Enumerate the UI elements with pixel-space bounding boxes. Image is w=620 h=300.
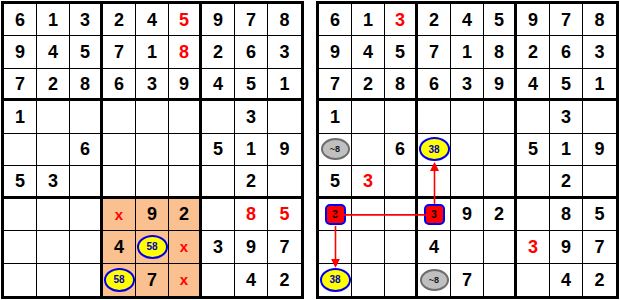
digit: 2: [429, 11, 439, 29]
digit: 1: [462, 43, 472, 61]
left-cell-r5c9[interactable]: 9: [268, 134, 301, 166]
digit: 9: [330, 43, 340, 61]
left-cell-r8c3[interactable]: [70, 231, 103, 263]
left-cell-r8c7[interactable]: 3: [202, 231, 235, 263]
eliminated-x-mark: x: [180, 239, 188, 254]
left-cell-r3c5[interactable]: 3: [136, 69, 169, 101]
left-cell-r5c4[interactable]: [103, 134, 136, 166]
right-cell-r8c6[interactable]: [484, 231, 517, 263]
right-cell-r2c2[interactable]: 4: [352, 36, 385, 68]
digit: 4: [114, 238, 124, 256]
left-cell-r7c9[interactable]: 5: [268, 199, 301, 231]
right-cell-r9c8[interactable]: 4: [550, 264, 583, 296]
digit: 4: [462, 11, 472, 29]
right-cell-r9c3[interactable]: [385, 264, 418, 296]
digit: 9: [528, 11, 538, 29]
left-cell-r7c6[interactable]: 2: [169, 199, 202, 231]
digit: 1: [48, 11, 58, 29]
digit: 1: [561, 140, 571, 158]
left-cell-r3c6[interactable]: 9: [169, 69, 202, 101]
left-cell-r2c3[interactable]: 5: [70, 36, 103, 68]
digit: 4: [213, 75, 223, 93]
left-cell-r5c1[interactable]: [4, 134, 37, 166]
right-cell-r6c7[interactable]: [517, 166, 550, 198]
right-cell-r2c5[interactable]: 1: [451, 36, 484, 68]
right-cell-r2c1[interactable]: 9: [319, 36, 352, 68]
right-cell-r8c4[interactable]: 4: [418, 231, 451, 263]
right-cell-r9c5[interactable]: 7: [451, 264, 484, 296]
digit: 6: [330, 11, 340, 29]
right-cell-r9c7[interactable]: [517, 264, 550, 296]
digit: 3: [147, 75, 157, 93]
right-cell-r8c5[interactable]: [451, 231, 484, 263]
right-cell-r8c9[interactable]: 7: [583, 231, 616, 263]
digit: 4: [528, 75, 538, 93]
right-cell-r4c1[interactable]: 1: [319, 101, 352, 133]
digit: 2: [48, 75, 58, 93]
digit: 2: [114, 11, 124, 29]
left-cell-r1c5[interactable]: 4: [136, 4, 169, 36]
digit: 5: [528, 140, 538, 158]
digit: 2: [363, 75, 373, 93]
digit: 6: [429, 75, 439, 93]
left-cell-r1c3[interactable]: 3: [70, 4, 103, 36]
left-cell-r3c7[interactable]: 4: [202, 69, 235, 101]
left-cell-r4c8[interactable]: 3: [235, 101, 268, 133]
digit: 8: [594, 11, 604, 29]
right-cell-r6c4[interactable]: [418, 166, 451, 198]
digit: 2: [561, 172, 571, 190]
right-cell-r4c6[interactable]: [484, 101, 517, 133]
left-cell-r9c7[interactable]: [202, 264, 235, 296]
digit: 3: [213, 238, 223, 256]
digit: 5: [594, 205, 604, 223]
digit: 7: [561, 11, 571, 29]
right-cell-r3c7[interactable]: 4: [517, 69, 550, 101]
right-cell-r1c8[interactable]: 7: [550, 4, 583, 36]
right-cell-r8c3[interactable]: [385, 231, 418, 263]
digit: 9: [561, 238, 571, 256]
left-cell-r7c7[interactable]: [202, 199, 235, 231]
candidate-oval-yellow: 58: [104, 268, 135, 292]
red-digit: 3: [395, 11, 405, 29]
right-cell-r9c9[interactable]: 2: [583, 264, 616, 296]
right-cell-r4c9[interactable]: [583, 101, 616, 133]
digit: 1: [330, 108, 340, 126]
digit: 5: [80, 43, 90, 61]
left-cell-r7c4[interactable]: x: [103, 199, 136, 231]
red-digit: 5: [179, 11, 189, 29]
right-cell-r6c3[interactable]: [385, 166, 418, 198]
digit: 1: [246, 140, 256, 158]
digit: 4: [147, 11, 157, 29]
right-cell-r7c5[interactable]: 9: [451, 199, 484, 231]
left-cell-r4c3[interactable]: [70, 101, 103, 133]
left-cell-r8c9[interactable]: 7: [268, 231, 301, 263]
right-cell-r9c2[interactable]: [352, 264, 385, 296]
left-cell-r8c6[interactable]: x: [169, 231, 202, 263]
digit: 4: [363, 43, 373, 61]
right-cell-r7c3[interactable]: [385, 199, 418, 231]
right-cell-r5c4[interactable]: 38: [418, 134, 451, 166]
left-cell-r2c4[interactable]: 7: [103, 36, 136, 68]
right-cell-r5c1[interactable]: ~8: [319, 134, 352, 166]
right-cell-r5c5[interactable]: [451, 134, 484, 166]
digit: 6: [80, 140, 90, 158]
digit: 3: [561, 108, 571, 126]
right-cell-r1c5[interactable]: 4: [451, 4, 484, 36]
right-cell-r1c7[interactable]: 9: [517, 4, 550, 36]
digit: 9: [179, 75, 189, 93]
candidate-oval-yellow: 38: [419, 137, 450, 161]
digit: 8: [279, 11, 289, 29]
red-digit: 8: [179, 43, 189, 61]
digit: 3: [462, 75, 472, 93]
left-cell-r7c5[interactable]: 9: [136, 199, 169, 231]
digit: 2: [279, 271, 289, 289]
digit: 6: [395, 140, 405, 158]
left-cell-r3c4[interactable]: 6: [103, 69, 136, 101]
left-cell-r1c6[interactable]: 5: [169, 4, 202, 36]
left-cell-r7c1[interactable]: [4, 199, 37, 231]
red-digit: 3: [528, 238, 538, 256]
left-cell-r9c5[interactable]: 7: [136, 264, 169, 296]
right-cell-r4c5[interactable]: [451, 101, 484, 133]
digit: 3: [48, 172, 58, 190]
red-digit: 5: [279, 205, 289, 223]
digit: 2: [494, 205, 504, 223]
left-cell-r1c8[interactable]: 7: [235, 4, 268, 36]
right-cell-r6c2[interactable]: 3: [352, 166, 385, 198]
right-cell-r4c3[interactable]: [385, 101, 418, 133]
left-cell-r6c2[interactable]: 3: [37, 166, 70, 198]
left-cell-r1c7[interactable]: 9: [202, 4, 235, 36]
left-cell-r7c2[interactable]: [37, 199, 70, 231]
digit: 9: [147, 205, 157, 223]
right-cell-r4c8[interactable]: 3: [550, 101, 583, 133]
right-cell-r3c9[interactable]: 1: [583, 69, 616, 101]
digit: 3: [594, 43, 604, 61]
digit: 7: [15, 75, 25, 93]
left-cell-r6c8[interactable]: 2: [235, 166, 268, 198]
digit: 9: [494, 75, 504, 93]
right-cell-r9c4[interactable]: ~8: [418, 264, 451, 296]
right-cell-r7c4[interactable]: 3: [418, 199, 451, 231]
left-cell-r6c1[interactable]: 5: [4, 166, 37, 198]
left-cell-r3c1[interactable]: 7: [4, 69, 37, 101]
digit: 9: [213, 11, 223, 29]
digit: 8: [395, 75, 405, 93]
eliminated-x-mark: x: [180, 272, 188, 287]
right-cell-r5c8[interactable]: 1: [550, 134, 583, 166]
right-cell-r2c6[interactable]: 8: [484, 36, 517, 68]
right-cell-r7c2[interactable]: [352, 199, 385, 231]
left-cell-r5c3[interactable]: 6: [70, 134, 103, 166]
digit: 6: [246, 43, 256, 61]
right-cell-r5c7[interactable]: 5: [517, 134, 550, 166]
left-cell-r8c5[interactable]: 58: [136, 231, 169, 263]
digit: 5: [15, 172, 25, 190]
digit: 7: [429, 43, 439, 61]
right-cell-r4c4[interactable]: [418, 101, 451, 133]
left-cell-r6c3[interactable]: [70, 166, 103, 198]
digit: 1: [363, 11, 373, 29]
left-cell-r1c1[interactable]: 6: [4, 4, 37, 36]
digit: 7: [279, 238, 289, 256]
left-cell-r6c4[interactable]: [103, 166, 136, 198]
left-cell-r9c6[interactable]: x: [169, 264, 202, 296]
link-square-red: 3: [424, 204, 445, 225]
left-cell-r4c1[interactable]: 1: [4, 101, 37, 133]
right-cell-r1c4[interactable]: 2: [418, 4, 451, 36]
digit: 8: [80, 75, 90, 93]
digit: 7: [330, 75, 340, 93]
left-cell-r4c2[interactable]: [37, 101, 70, 133]
left-cell-r4c4[interactable]: [103, 101, 136, 133]
left-cell-r3c9[interactable]: 1: [268, 69, 301, 101]
left-cell-r6c5[interactable]: [136, 166, 169, 198]
right-cell-r9c1[interactable]: 38: [319, 264, 352, 296]
right-cell-r2c8[interactable]: 6: [550, 36, 583, 68]
left-sudoku-board: 613245978945718263728639451136519532x928…: [1, 1, 304, 299]
right-cell-r5c6[interactable]: [484, 134, 517, 166]
digit: 7: [147, 271, 157, 289]
digit: 9: [246, 238, 256, 256]
left-cell-r1c2[interactable]: 1: [37, 4, 70, 36]
left-cell-r2c1[interactable]: 9: [4, 36, 37, 68]
left-cell-r7c8[interactable]: 8: [235, 199, 268, 231]
digit: 5: [330, 172, 340, 190]
left-cell-r5c7[interactable]: 5: [202, 134, 235, 166]
right-cell-r2c3[interactable]: 5: [385, 36, 418, 68]
digit: 9: [279, 140, 289, 158]
right-cell-r3c4[interactable]: 6: [418, 69, 451, 101]
digit: 4: [561, 271, 571, 289]
left-cell-r8c2[interactable]: [37, 231, 70, 263]
right-cell-r2c4[interactable]: 7: [418, 36, 451, 68]
sudoku-diagram: 613245978945718263728639451136519532x928…: [0, 0, 620, 300]
digit: 2: [594, 271, 604, 289]
left-cell-r5c6[interactable]: [169, 134, 202, 166]
right-cell-r5c3[interactable]: 6: [385, 134, 418, 166]
right-cell-r7c9[interactable]: 5: [583, 199, 616, 231]
right-cell-r6c1[interactable]: 5: [319, 166, 352, 198]
left-cell-r2c6[interactable]: 8: [169, 36, 202, 68]
right-cell-r7c6[interactable]: 2: [484, 199, 517, 231]
right-cell-r3c6[interactable]: 9: [484, 69, 517, 101]
left-cell-r4c9[interactable]: [268, 101, 301, 133]
note-oval-gray: ~8: [321, 138, 350, 160]
digit: 2: [179, 205, 189, 223]
digit: 2: [246, 172, 256, 190]
left-cell-r5c8[interactable]: 1: [235, 134, 268, 166]
digit: 6: [15, 11, 25, 29]
left-cell-r2c5[interactable]: 1: [136, 36, 169, 68]
left-cell-r9c1[interactable]: [4, 264, 37, 296]
digit: 3: [279, 43, 289, 61]
left-cell-r3c2[interactable]: 2: [37, 69, 70, 101]
left-cell-r8c8[interactable]: 9: [235, 231, 268, 263]
digit: 5: [395, 43, 405, 61]
digit: 7: [246, 11, 256, 29]
digit: 9: [15, 43, 25, 61]
left-cell-r1c9[interactable]: 8: [268, 4, 301, 36]
digit: 2: [528, 43, 538, 61]
right-cell-r2c9[interactable]: 3: [583, 36, 616, 68]
digit: 7: [462, 271, 472, 289]
left-cell-r8c4[interactable]: 4: [103, 231, 136, 263]
left-cell-r6c6[interactable]: [169, 166, 202, 198]
digit: 9: [462, 205, 472, 223]
right-cell-r4c2[interactable]: [352, 101, 385, 133]
right-cell-r3c8[interactable]: 5: [550, 69, 583, 101]
right-cell-r3c5[interactable]: 3: [451, 69, 484, 101]
right-cell-r8c2[interactable]: [352, 231, 385, 263]
left-cell-r3c3[interactable]: 8: [70, 69, 103, 101]
right-cell-r1c2[interactable]: 1: [352, 4, 385, 36]
left-cell-r4c7[interactable]: [202, 101, 235, 133]
left-cell-r2c8[interactable]: 6: [235, 36, 268, 68]
link-square-red: 3: [325, 204, 346, 225]
right-cell-r8c1[interactable]: [319, 231, 352, 263]
right-cell-r8c8[interactable]: 9: [550, 231, 583, 263]
note-oval-gray: ~8: [420, 269, 449, 291]
digit: 6: [114, 75, 124, 93]
digit: 4: [246, 271, 256, 289]
left-cell-r7c3[interactable]: [70, 199, 103, 231]
right-cell-r6c6[interactable]: [484, 166, 517, 198]
digit: 5: [246, 75, 256, 93]
left-cell-r4c6[interactable]: [169, 101, 202, 133]
left-cell-r9c8[interactable]: 4: [235, 264, 268, 296]
left-cell-r2c7[interactable]: 2: [202, 36, 235, 68]
right-cell-r6c8[interactable]: 2: [550, 166, 583, 198]
right-cell-r1c3[interactable]: 3: [385, 4, 418, 36]
left-cell-r5c2[interactable]: [37, 134, 70, 166]
digit: 1: [147, 43, 157, 61]
candidate-oval-yellow: 38: [320, 268, 351, 292]
digit: 1: [15, 108, 25, 126]
right-cell-r1c6[interactable]: 5: [484, 4, 517, 36]
red-digit: 8: [246, 205, 256, 223]
left-cell-r3c8[interactable]: 5: [235, 69, 268, 101]
right-cell-r4c7[interactable]: [517, 101, 550, 133]
right-cell-r2c7[interactable]: 2: [517, 36, 550, 68]
right-cell-r9c6[interactable]: [484, 264, 517, 296]
digit: 6: [561, 43, 571, 61]
right-cell-r1c9[interactable]: 8: [583, 4, 616, 36]
right-cell-r6c9[interactable]: [583, 166, 616, 198]
digit: 5: [561, 75, 571, 93]
digit: 8: [494, 43, 504, 61]
left-cell-r9c2[interactable]: [37, 264, 70, 296]
left-cell-r9c9[interactable]: 2: [268, 264, 301, 296]
digit: 1: [279, 75, 289, 93]
digit: 5: [494, 11, 504, 29]
right-cell-r7c8[interactable]: 8: [550, 199, 583, 231]
left-cell-r5c5[interactable]: [136, 134, 169, 166]
right-cell-r7c7[interactable]: [517, 199, 550, 231]
right-cell-r3c1[interactable]: 7: [319, 69, 352, 101]
right-cell-r6c5[interactable]: [451, 166, 484, 198]
right-cell-r5c9[interactable]: 9: [583, 134, 616, 166]
digit: 3: [80, 11, 90, 29]
right-cell-r8c7[interactable]: 3: [517, 231, 550, 263]
left-cell-r8c1[interactable]: [4, 231, 37, 263]
digit: 4: [429, 238, 439, 256]
digit: 5: [213, 140, 223, 158]
left-cell-r6c9[interactable]: [268, 166, 301, 198]
left-cell-r2c2[interactable]: 4: [37, 36, 70, 68]
left-cell-r9c3[interactable]: [70, 264, 103, 296]
left-cell-r1c4[interactable]: 2: [103, 4, 136, 36]
digit: 8: [561, 205, 571, 223]
right-cell-r3c3[interactable]: 8: [385, 69, 418, 101]
right-cell-r7c1[interactable]: 3: [319, 199, 352, 231]
digit: 2: [213, 43, 223, 61]
digit: 7: [114, 43, 124, 61]
digit: 3: [246, 108, 256, 126]
right-cell-r5c2[interactable]: [352, 134, 385, 166]
digit: 7: [594, 238, 604, 256]
left-cell-r2c9[interactable]: 3: [268, 36, 301, 68]
left-cell-r9c4[interactable]: 58: [103, 264, 136, 296]
right-sudoku-board: 61324597894571826372863945113~8638519532…: [316, 1, 619, 299]
right-cell-r1c1[interactable]: 6: [319, 4, 352, 36]
right-cell-r3c2[interactable]: 2: [352, 69, 385, 101]
digit: 9: [594, 140, 604, 158]
left-cell-r4c5[interactable]: [136, 101, 169, 133]
left-cell-r6c7[interactable]: [202, 166, 235, 198]
red-digit: 3: [363, 172, 373, 190]
eliminated-x-mark: x: [115, 207, 123, 222]
digit: 4: [48, 43, 58, 61]
candidate-oval-yellow: 58: [137, 235, 168, 259]
digit: 1: [594, 75, 604, 93]
